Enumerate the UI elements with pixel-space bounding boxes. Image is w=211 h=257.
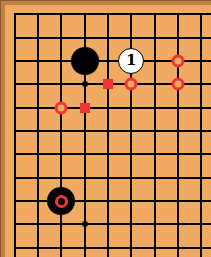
grid-line-vertical [60, 13, 62, 257]
grid-line-horizontal [14, 130, 211, 132]
black-stone [71, 47, 99, 75]
circle-marker [171, 54, 184, 67]
grid-line-horizontal [14, 200, 211, 202]
go-diagram: 1 [0, 0, 211, 257]
grid-line-vertical [107, 13, 109, 257]
grid-line-vertical [177, 13, 179, 257]
grid-line-horizontal [14, 107, 211, 109]
circle-marker [55, 101, 68, 114]
grid-line-horizontal [14, 153, 211, 155]
grid-line-vertical [37, 13, 39, 257]
star-point [82, 222, 87, 227]
grid-line-horizontal [14, 223, 211, 225]
black-stone [47, 187, 75, 215]
circle-mark-on-stone [55, 195, 68, 208]
white-stone: 1 [118, 48, 144, 74]
grid-line-vertical [200, 13, 202, 257]
grid-line-vertical [14, 13, 16, 257]
circle-marker [125, 78, 138, 91]
star-point [82, 82, 87, 87]
grid-line-vertical [154, 13, 156, 257]
move-number-label: 1 [126, 53, 136, 69]
square-marker [103, 79, 113, 89]
grid-line-horizontal [14, 177, 211, 179]
square-marker [80, 103, 90, 113]
grid-line-horizontal [14, 13, 211, 15]
grid-line-horizontal [14, 247, 211, 249]
grid-line-horizontal [14, 37, 211, 39]
circle-marker [171, 78, 184, 91]
